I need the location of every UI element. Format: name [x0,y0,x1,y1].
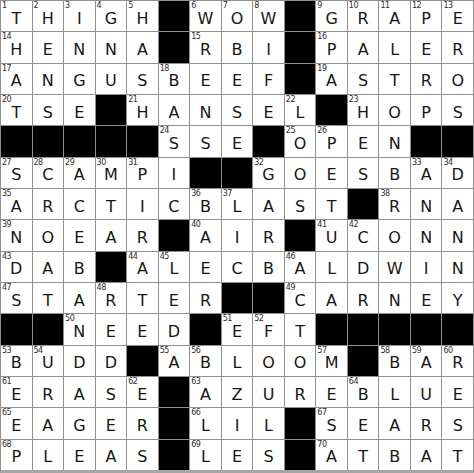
clue-number: 53 [2,346,11,356]
grid-cell-r15c7[interactable]: 69L [190,440,221,470]
cell-letter: E [327,167,337,183]
grid-cell-r11c8[interactable]: 51E [222,314,253,344]
grid-cell-r9c15[interactable]: N [442,252,473,282]
grid-cell-r9c10[interactable]: 46A [285,252,316,282]
grid-cell-r7c15[interactable]: A [442,189,473,219]
grid-cell-r3c3[interactable]: G [64,64,95,94]
cell-letter: F [264,73,273,89]
grid-cell-r7c4[interactable]: T [96,189,127,219]
grid-cell-r1c12[interactable]: 10R [348,1,379,31]
clue-number: 23 [349,95,358,105]
grid-cell-r11c4[interactable]: E [96,314,127,344]
grid-cell-r10c15[interactable]: Y [442,283,473,313]
clue-number: 54 [34,346,43,356]
clue-number: 56 [191,346,200,356]
grid-cell-r7c10[interactable]: S [285,189,316,219]
grid-cell-r9c6[interactable]: 45L [159,252,190,282]
cell-letter: A [421,167,432,183]
grid-cell-r10c10[interactable]: 49C [285,283,316,313]
grid-cell-r4c7[interactable]: N [190,95,221,125]
grid-cell-r8c14[interactable]: N [411,220,442,250]
grid-cell-r6c2[interactable]: 28C [33,158,64,188]
cell-letter: N [105,42,117,58]
grid-cell-r10c6[interactable]: E [159,283,190,313]
grid-cell-r12c14[interactable]: 59A [411,346,442,376]
grid-cell-r14c15[interactable]: S [442,408,473,438]
grid-cell-r15c13[interactable]: B [379,440,410,470]
grid-cell-r5c6[interactable]: 24S [159,126,190,156]
grid-cell-r15c9[interactable]: S [253,440,284,470]
grid-cell-r8c2[interactable]: O [33,220,64,250]
cell-letter: R [358,11,369,27]
grid-cell-r10c11[interactable]: A [316,283,347,313]
clue-number: 8 [254,1,259,11]
grid-cell-r13c10[interactable]: R [285,377,316,407]
grid-cell-r6c9[interactable]: 32G [253,158,284,188]
cell-letter: L [169,261,178,277]
grid-cell-r3c4[interactable]: U [96,64,127,94]
grid-cell-r3c14[interactable]: R [411,64,442,94]
cell-letter: Z [232,387,243,403]
grid-cell-r5c13[interactable]: N [379,126,410,156]
black-cell [127,346,158,376]
grid-cell-r4c13[interactable]: O [379,95,410,125]
black-cell [316,95,347,125]
grid-cell-r4c3[interactable]: E [64,95,95,125]
cell-letter: N [10,230,22,246]
cell-letter: R [42,387,53,403]
grid-cell-r4c2[interactable]: S [33,95,64,125]
black-cell [159,440,190,470]
cell-letter: C [168,199,179,215]
grid-cell-r13c9[interactable]: U [253,377,284,407]
grid-cell-r6c13[interactable]: B [379,158,410,188]
grid-cell-r15c15[interactable]: T [442,440,473,470]
grid-cell-r12c8[interactable]: L [222,346,253,376]
cell-letter: R [105,293,116,309]
clue-number: 55 [160,346,169,356]
grid-cell-r1c15[interactable]: 13E [442,1,473,31]
grid-cell-r12c7[interactable]: 56B [190,346,221,376]
grid-cell-r3c13[interactable]: T [379,64,410,94]
black-cell [285,408,316,438]
grid-cell-r8c13[interactable]: O [379,220,410,250]
cell-letter: A [168,355,179,371]
grid-cell-r13c14[interactable]: U [411,377,442,407]
grid-cell-r2c5[interactable]: A [127,32,158,62]
black-cell [159,32,190,62]
grid-cell-r11c9[interactable]: 52F [253,314,284,344]
grid-cell-r14c2[interactable]: A [33,408,64,438]
clue-number: 69 [191,440,200,450]
grid-cell-r2c8[interactable]: B [222,32,253,62]
grid-cell-r7c6[interactable]: C [159,189,190,219]
cell-letter: B [168,73,179,89]
grid-cell-r12c10[interactable]: O [285,346,316,376]
grid-cell-r12c11[interactable]: 57M [316,346,347,376]
cell-letter: E [74,105,84,121]
grid-cell-r12c1[interactable]: 53B [1,346,32,376]
grid-cell-r1c2[interactable]: 2H [33,1,64,31]
clue-number: 37 [223,189,232,199]
cell-letter: G [73,73,85,89]
clue-number: 52 [254,314,263,324]
grid-cell-r14c11[interactable]: 67S [316,408,347,438]
grid-cell-r13c5[interactable]: 62E [127,377,158,407]
grid-cell-r8c3[interactable]: E [64,220,95,250]
black-cell [285,32,316,62]
grid-cell-r8c4[interactable]: A [96,220,127,250]
grid-cell-r10c13[interactable]: N [379,283,410,313]
grid-cell-r1c7[interactable]: 6W [190,1,221,31]
grid-cell-r3c2[interactable]: N [33,64,64,94]
grid-cell-r2c9[interactable]: I [253,32,284,62]
cell-letter: A [389,11,400,27]
clue-number: 46 [286,252,295,262]
grid-cell-r12c2[interactable]: 54U [33,346,64,376]
cell-letter: I [424,261,429,277]
clue-number: 33 [412,158,421,168]
grid-cell-r10c5[interactable]: T [127,283,158,313]
grid-cell-r7c8[interactable]: 37L [222,189,253,219]
grid-cell-r4c1[interactable]: 20T [1,95,32,125]
grid-cell-r3c15[interactable]: O [442,64,473,94]
grid-cell-r11c6[interactable]: D [159,314,190,344]
grid-cell-r10c7[interactable]: R [190,283,221,313]
grid-cell-r14c1[interactable]: 65E [1,408,32,438]
clue-number: 18 [160,64,169,74]
grid-cell-r14c12[interactable]: E [348,408,379,438]
grid-cell-r15c14[interactable]: A [411,440,442,470]
grid-cell-r3c7[interactable]: E [190,64,221,94]
grid-cell-r3c8[interactable]: E [222,64,253,94]
cell-letter: D [357,261,369,277]
grid-cell-r5c12[interactable]: E [348,126,379,156]
grid-cell-r3c12[interactable]: S [348,64,379,94]
cell-letter: S [11,293,21,309]
cell-letter: I [235,418,240,434]
grid-cell-r13c7[interactable]: 63A [190,377,221,407]
cell-letter: A [74,387,85,403]
grid-cell-r15c11[interactable]: 70A [316,440,347,470]
grid-cell-r14c13[interactable]: A [379,408,410,438]
cell-letter: B [200,199,211,215]
clue-number: 39 [2,220,11,230]
cell-letter: S [106,387,116,403]
cell-letter: O [294,167,307,183]
grid-cell-r14c7[interactable]: 66L [190,408,221,438]
cell-letter: P [11,449,21,465]
black-cell [96,126,127,156]
cell-letter: T [295,324,305,340]
grid-cell-r5c11[interactable]: 26P [316,126,347,156]
grid-cell-r2c11[interactable]: 16P [316,32,347,62]
grid-cell-r15c2[interactable]: L [33,440,64,470]
grid-cell-r1c8[interactable]: 7O [222,1,253,31]
cell-letter: E [453,11,463,27]
grid-cell-r1c1[interactable]: 1T [1,1,32,31]
black-cell [285,220,316,250]
grid-cell-r9c13[interactable]: W [379,252,410,282]
cell-letter: H [42,11,54,27]
grid-cell-r3c9[interactable]: F [253,64,284,94]
cell-letter: D [168,324,180,340]
grid-cell-r5c7[interactable]: S [190,126,221,156]
grid-cell-r2c7[interactable]: 15R [190,32,221,62]
grid-cell-r14c14[interactable]: R [411,408,442,438]
cell-letter: A [11,73,22,89]
cell-letter: B [200,355,211,371]
cell-letter: R [137,418,148,434]
grid-cell-r6c15[interactable]: 34D [442,158,473,188]
grid-cell-r15c12[interactable]: T [348,440,379,470]
clue-number: 26 [317,126,326,136]
black-cell [442,126,473,156]
grid-cell-r10c2[interactable]: T [33,283,64,313]
grid-cell-r12c15[interactable]: 60R [442,346,473,376]
cell-letter: H [357,105,369,121]
grid-cell-r11c3[interactable]: 50N [64,314,95,344]
grid-cell-r5c10[interactable]: 25O [285,126,316,156]
grid-cell-r9c2[interactable]: A [33,252,64,282]
cell-letter: U [420,387,432,403]
grid-cell-r3c11[interactable]: 19A [316,64,347,94]
clue-number: 61 [2,377,11,387]
grid-cell-r9c3[interactable]: B [64,252,95,282]
grid-cell-r12c9[interactable]: O [253,346,284,376]
black-cell [348,346,379,376]
grid-cell-r8c9[interactable]: R [253,220,284,250]
grid-cell-r7c13[interactable]: 38R [379,189,410,219]
grid-cell-r6c4[interactable]: 30M [96,158,127,188]
grid-cell-r10c1[interactable]: 47S [1,283,32,313]
cell-letter: E [43,42,53,58]
grid-cell-r2c2[interactable]: E [33,32,64,62]
cell-letter: A [137,261,148,277]
grid-cell-r2c3[interactable]: N [64,32,95,62]
grid-cell-r6c14[interactable]: 33A [411,158,442,188]
clue-number: 28 [34,158,43,168]
grid-cell-r15c3[interactable]: E [64,440,95,470]
cell-letter: O [262,355,275,371]
cell-letter: E [358,136,368,152]
cell-letter: U [105,73,117,89]
grid-cell-r14c8[interactable]: I [222,408,253,438]
grid-cell-r12c4[interactable]: D [96,346,127,376]
grid-cell-r4c8[interactable]: S [222,95,253,125]
grid-cell-r3c5[interactable]: S [127,64,158,94]
cell-letter: Y [453,293,463,309]
grid-cell-r2c12[interactable]: A [348,32,379,62]
grid-cell-r1c5[interactable]: 5H [127,1,158,31]
grid-cell-r4c12[interactable]: 23H [348,95,379,125]
grid-cell-r7c3[interactable]: C [64,189,95,219]
black-cell [190,158,221,188]
grid-cell-r4c9[interactable]: E [253,95,284,125]
grid-cell-r9c7[interactable]: E [190,252,221,282]
grid-cell-r10c14[interactable]: E [411,283,442,313]
grid-cell-r11c10[interactable]: T [285,314,316,344]
grid-cell-r12c6[interactable]: 55A [159,346,190,376]
grid-cell-r8c12[interactable]: 42C [348,220,379,250]
grid-cell-r7c5[interactable]: I [127,189,158,219]
grid-cell-r7c7[interactable]: 36B [190,189,221,219]
grid-cell-r13c2[interactable]: R [33,377,64,407]
cell-letter: L [43,449,52,465]
cell-letter: E [200,73,210,89]
grid-cell-r9c14[interactable]: I [411,252,442,282]
cell-letter: B [74,261,85,277]
clue-number: 22 [286,95,295,105]
grid-cell-r14c3[interactable]: G [64,408,95,438]
clue-number: 16 [317,32,326,42]
grid-cell-r2c1[interactable]: 14H [1,32,32,62]
grid-cell-r2c15[interactable]: R [442,32,473,62]
grid-cell-r15c4[interactable]: A [96,440,127,470]
grid-cell-r11c5[interactable]: E [127,314,158,344]
grid-cell-r7c14[interactable]: N [411,189,442,219]
clue-number: 32 [254,158,263,168]
cell-letter: A [421,449,432,465]
grid-cell-r12c3[interactable]: D [64,346,95,376]
clue-number: 38 [380,189,389,199]
clue-number: 29 [65,158,74,168]
black-cell [253,283,284,313]
grid-cell-r2c13[interactable]: L [379,32,410,62]
grid-cell-r14c4[interactable]: E [96,408,127,438]
grid-cell-r1c9[interactable]: 8W [253,1,284,31]
cell-letter: H [10,42,22,58]
clue-number: 50 [65,314,74,324]
grid-cell-r13c12[interactable]: 64B [348,377,379,407]
grid-cell-r13c15[interactable]: E [442,377,473,407]
grid-cell-r1c4[interactable]: 4G [96,1,127,31]
grid-cell-r6c3[interactable]: 29A [64,158,95,188]
grid-cell-r4c14[interactable]: P [411,95,442,125]
black-cell [442,314,473,344]
cell-letter: U [263,387,275,403]
grid-cell-r4c15[interactable]: S [442,95,473,125]
grid-cell-r4c6[interactable]: A [159,95,190,125]
grid-cell-r6c5[interactable]: 31P [127,158,158,188]
cell-letter: P [327,136,337,152]
grid-cell-r9c9[interactable]: B [253,252,284,282]
clue-number: 47 [2,283,11,293]
grid-cell-r3c1[interactable]: 17A [1,64,32,94]
cell-letter: L [233,355,242,371]
grid-cell-r3c6[interactable]: 18B [159,64,190,94]
cell-letter: R [452,42,463,58]
cell-letter: E [74,230,84,246]
grid-cell-r13c1[interactable]: 61E [1,377,32,407]
grid-cell-r2c14[interactable]: E [411,32,442,62]
grid-cell-r4c5[interactable]: 21H [127,95,158,125]
grid-cell-r9c8[interactable]: C [222,252,253,282]
grid-cell-r1c3[interactable]: 3I [64,1,95,31]
cell-letter: E [453,387,463,403]
grid-cell-r7c1[interactable]: 35A [1,189,32,219]
grid-cell-r14c9[interactable]: L [253,408,284,438]
cell-letter: L [296,105,305,121]
grid-cell-r5c8[interactable]: E [222,126,253,156]
clue-number: 10 [349,1,358,11]
grid-cell-r12c13[interactable]: 58B [379,346,410,376]
grid-cell-r7c2[interactable]: R [33,189,64,219]
grid-cell-r8c11[interactable]: 41U [316,220,347,250]
grid-cell-r15c1[interactable]: 68P [1,440,32,470]
grid-cell-r8c7[interactable]: 40A [190,220,221,250]
grid-cell-r6c6[interactable]: I [159,158,190,188]
grid-cell-r13c4[interactable]: S [96,377,127,407]
grid-cell-r8c5[interactable]: R [127,220,158,250]
grid-cell-r15c8[interactable]: E [222,440,253,470]
grid-cell-r10c4[interactable]: 48R [96,283,127,313]
grid-cell-r8c1[interactable]: 39N [1,220,32,250]
grid-cell-r13c3[interactable]: A [64,377,95,407]
grid-cell-r1c14[interactable]: 12P [411,1,442,31]
clue-number: 42 [349,220,358,230]
grid-cell-r1c13[interactable]: 11A [379,1,410,31]
grid-cell-r9c12[interactable]: D [348,252,379,282]
grid-cell-r10c12[interactable]: R [348,283,379,313]
cell-letter: E [232,136,242,152]
grid-cell-r8c8[interactable]: I [222,220,253,250]
clue-number: 63 [191,377,200,387]
grid-cell-r6c12[interactable]: S [348,158,379,188]
grid-cell-r9c11[interactable]: L [316,252,347,282]
grid-cell-r6c11[interactable]: E [316,158,347,188]
grid-cell-r2c4[interactable]: N [96,32,127,62]
cell-letter: S [137,449,147,465]
grid-cell-r14c5[interactable]: R [127,408,158,438]
grid-cell-r7c11[interactable]: T [316,189,347,219]
cell-letter: C [358,230,369,246]
cell-letter: N [73,324,85,340]
grid-cell-r6c10[interactable]: O [285,158,316,188]
clue-number: 34 [443,158,452,168]
cell-letter: A [263,199,274,215]
cell-letter: H [136,105,148,121]
cell-letter: I [266,42,271,58]
grid-cell-r9c1[interactable]: 43D [1,252,32,282]
grid-cell-r1c11[interactable]: 9G [316,1,347,31]
cell-letter: E [137,387,147,403]
black-cell [285,1,316,31]
cell-letter: R [421,73,432,89]
grid-cell-r10c3[interactable]: A [64,283,95,313]
grid-cell-r7c9[interactable]: A [253,189,284,219]
clue-number: 43 [2,252,11,262]
clue-number: 12 [412,1,421,11]
grid-cell-r4c10[interactable]: 22L [285,95,316,125]
black-cell [96,252,127,282]
cell-letter: A [105,449,116,465]
cell-letter: A [105,230,116,246]
cell-letter: R [295,387,306,403]
grid-cell-r13c13[interactable]: L [379,377,410,407]
grid-cell-r13c11[interactable]: E [316,377,347,407]
cell-letter: B [389,167,400,183]
grid-cell-r15c5[interactable]: S [127,440,158,470]
cell-letter: N [420,230,432,246]
grid-cell-r8c15[interactable]: N [442,220,473,250]
grid-cell-r13c8[interactable]: Z [222,377,253,407]
grid-cell-r9c5[interactable]: 44A [127,252,158,282]
grid-cell-r6c1[interactable]: 27S [1,158,32,188]
clue-number: 11 [380,1,389,11]
cell-letter: R [42,199,53,215]
cell-letter: L [201,418,210,434]
